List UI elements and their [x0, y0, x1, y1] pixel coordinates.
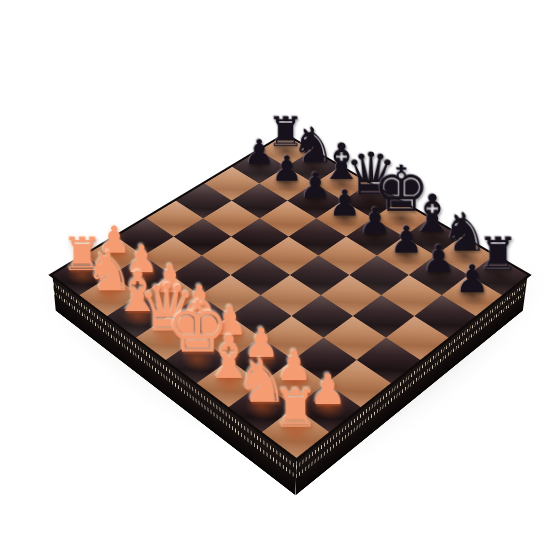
piece-white-rook[interactable]: ♜	[272, 385, 319, 434]
square-g6[interactable]	[381, 275, 441, 316]
square-g5[interactable]	[353, 295, 414, 337]
product-photo-stage: ♜♞♝♛♚♝♞♜♟♟♟♟♟♟♟♟♟♟♟♟♟♟♟♟♜♞♝♛♚♝♞♜	[0, 0, 550, 550]
piece-black-pawn[interactable]: ♟	[455, 261, 490, 298]
chess-scene: ♜♞♝♛♚♝♞♜♟♟♟♟♟♟♟♟♟♟♟♟♟♟♟♟♜♞♝♛♚♝♞♜	[0, 0, 550, 550]
square-f4[interactable]	[291, 295, 352, 337]
square-f5[interactable]	[321, 275, 381, 316]
square-e4[interactable]	[261, 275, 321, 316]
square-g4[interactable]	[323, 316, 386, 360]
chess-board: ♜♞♝♛♚♝♞♜♟♟♟♟♟♟♟♟♟♟♟♟♟♟♟♟♜♞♝♛♚♝♞♜	[52, 135, 527, 458]
piece-black-pawn[interactable]: ♟	[422, 241, 456, 277]
